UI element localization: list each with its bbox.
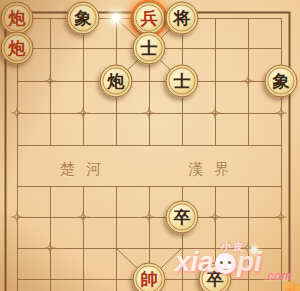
- piece-black-advisor[interactable]: 士: [166, 65, 199, 98]
- piece-red-cannon[interactable]: 炮: [1, 2, 34, 35]
- cat-face-icon: [215, 253, 236, 274]
- piece-black-cannon[interactable]: 炮: [100, 65, 133, 98]
- piece-red-general[interactable]: 帥: [133, 263, 166, 291]
- piece-black-soldier[interactable]: 卒: [166, 201, 199, 234]
- xiangqi-game-screen: 楚河 漢界 炮炮象兵将士炮士象卒帥卒 小皮 xiapi .com: [0, 0, 300, 291]
- piece-red-cannon[interactable]: 炮: [1, 32, 34, 65]
- move-origin-dot: [112, 14, 121, 23]
- watermark-xiaopi-logo: xiapi: [175, 248, 262, 276]
- river-label-chu-he: 楚河: [60, 160, 112, 178]
- river-label-han-jie: 漢界: [188, 160, 240, 178]
- piece-black-general[interactable]: 将: [166, 2, 199, 35]
- logo-text: pi: [237, 248, 262, 276]
- piece-black-advisor[interactable]: 士: [133, 32, 166, 65]
- logo-text: xi: [175, 248, 198, 276]
- watermark-orange-badge: [294, 284, 300, 291]
- logo-text: a: [198, 248, 214, 276]
- piece-black-elephant[interactable]: 象: [67, 2, 100, 35]
- piece-red-soldier[interactable]: 兵: [133, 2, 166, 35]
- piece-black-elephant[interactable]: 象: [265, 65, 298, 98]
